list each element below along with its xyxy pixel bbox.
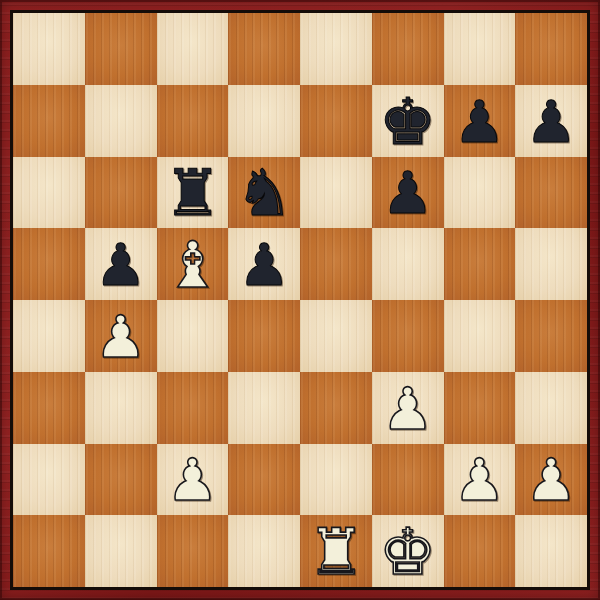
square-g8[interactable] (444, 13, 516, 85)
square-c5[interactable]: ♝ (157, 228, 229, 300)
white-pawn: ♟ (166, 451, 218, 509)
square-h3[interactable] (515, 372, 587, 444)
white-pawn: ♟ (382, 380, 434, 438)
square-a5[interactable] (13, 228, 85, 300)
square-d2[interactable] (228, 444, 300, 516)
square-c3[interactable] (157, 372, 229, 444)
square-f5[interactable] (372, 228, 444, 300)
square-a1[interactable] (13, 515, 85, 587)
white-pawn: ♟ (525, 451, 577, 509)
square-h1[interactable] (515, 515, 587, 587)
white-pawn: ♟ (95, 308, 147, 366)
square-g2[interactable]: ♟ (444, 444, 516, 516)
square-d1[interactable] (228, 515, 300, 587)
square-c8[interactable] (157, 13, 229, 85)
black-rook: ♜ (164, 161, 221, 225)
square-h8[interactable] (515, 13, 587, 85)
square-a8[interactable] (13, 13, 85, 85)
square-c7[interactable] (157, 85, 229, 157)
square-e1[interactable]: ♜ (300, 515, 372, 587)
square-e6[interactable] (300, 157, 372, 229)
square-b1[interactable] (85, 515, 157, 587)
square-a7[interactable] (13, 85, 85, 157)
square-b4[interactable]: ♟ (85, 300, 157, 372)
square-c1[interactable] (157, 515, 229, 587)
square-b3[interactable] (85, 372, 157, 444)
square-f3[interactable]: ♟ (372, 372, 444, 444)
square-b8[interactable] (85, 13, 157, 85)
square-e8[interactable] (300, 13, 372, 85)
black-king: ♚ (379, 90, 436, 154)
square-g3[interactable] (444, 372, 516, 444)
square-d3[interactable] (228, 372, 300, 444)
square-b7[interactable] (85, 85, 157, 157)
square-c6[interactable]: ♜ (157, 157, 229, 229)
square-g7[interactable]: ♟ (444, 85, 516, 157)
square-e4[interactable] (300, 300, 372, 372)
square-f7[interactable]: ♚ (372, 85, 444, 157)
board-frame: ♚♟♟♜♞♟♟♝♟♟♟♟♟♟♜♚ (0, 0, 600, 600)
square-d5[interactable]: ♟ (228, 228, 300, 300)
square-f8[interactable] (372, 13, 444, 85)
black-pawn: ♟ (453, 93, 505, 151)
black-knight: ♞ (235, 161, 292, 225)
black-pawn: ♟ (525, 93, 577, 151)
white-pawn: ♟ (453, 451, 505, 509)
square-d6[interactable]: ♞ (228, 157, 300, 229)
board-inner-border: ♚♟♟♜♞♟♟♝♟♟♟♟♟♟♜♚ (10, 10, 590, 590)
chess-board: ♚♟♟♜♞♟♟♝♟♟♟♟♟♟♜♚ (13, 13, 587, 587)
white-bishop: ♝ (164, 233, 221, 297)
square-a4[interactable] (13, 300, 85, 372)
square-g4[interactable] (444, 300, 516, 372)
square-h4[interactable] (515, 300, 587, 372)
square-g5[interactable] (444, 228, 516, 300)
square-e5[interactable] (300, 228, 372, 300)
square-f4[interactable] (372, 300, 444, 372)
square-b2[interactable] (85, 444, 157, 516)
square-g6[interactable] (444, 157, 516, 229)
square-e3[interactable] (300, 372, 372, 444)
square-a3[interactable] (13, 372, 85, 444)
square-e2[interactable] (300, 444, 372, 516)
black-pawn: ♟ (95, 236, 147, 294)
square-a2[interactable] (13, 444, 85, 516)
square-d4[interactable] (228, 300, 300, 372)
white-king: ♚ (379, 520, 436, 584)
square-c4[interactable] (157, 300, 229, 372)
square-d7[interactable] (228, 85, 300, 157)
square-e7[interactable] (300, 85, 372, 157)
square-g1[interactable] (444, 515, 516, 587)
square-a6[interactable] (13, 157, 85, 229)
black-pawn: ♟ (238, 236, 290, 294)
square-b5[interactable]: ♟ (85, 228, 157, 300)
square-d8[interactable] (228, 13, 300, 85)
black-pawn: ♟ (382, 164, 434, 222)
square-b6[interactable] (85, 157, 157, 229)
square-h7[interactable]: ♟ (515, 85, 587, 157)
square-h2[interactable]: ♟ (515, 444, 587, 516)
square-f6[interactable]: ♟ (372, 157, 444, 229)
white-rook: ♜ (307, 520, 364, 584)
square-c2[interactable]: ♟ (157, 444, 229, 516)
square-h6[interactable] (515, 157, 587, 229)
square-f1[interactable]: ♚ (372, 515, 444, 587)
square-f2[interactable] (372, 444, 444, 516)
square-h5[interactable] (515, 228, 587, 300)
